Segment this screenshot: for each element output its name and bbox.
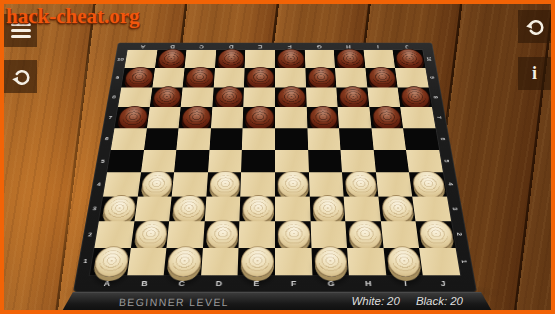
square-g6 — [307, 128, 341, 150]
square-e1[interactable] — [238, 248, 275, 276]
square-i1[interactable] — [383, 248, 423, 276]
square-a4 — [103, 173, 141, 197]
white-piece[interactable] — [209, 171, 241, 198]
square-e2 — [239, 221, 275, 247]
coordinate-label: A — [88, 279, 127, 289]
square-f8[interactable] — [275, 87, 306, 107]
black-piece[interactable] — [181, 106, 211, 129]
white-piece[interactable] — [419, 220, 455, 249]
coordinate-label: C — [163, 279, 201, 289]
black-piece[interactable] — [217, 49, 245, 69]
white-piece[interactable] — [92, 246, 129, 277]
white-piece[interactable] — [381, 195, 415, 223]
square-e4 — [241, 173, 275, 197]
square-f5 — [275, 150, 309, 173]
white-piece[interactable] — [412, 171, 446, 198]
square-h4[interactable] — [342, 173, 378, 197]
square-h3 — [344, 196, 381, 221]
square-f2[interactable] — [275, 221, 311, 247]
white-piece[interactable] — [348, 220, 382, 249]
square-d7 — [211, 107, 244, 128]
black-piece[interactable] — [400, 86, 431, 108]
square-i7[interactable] — [369, 107, 403, 128]
black-piece[interactable] — [245, 106, 274, 129]
info-icon: i — [532, 63, 537, 84]
coordinate-label: G — [312, 279, 350, 289]
square-b7 — [147, 107, 181, 128]
square-c10 — [185, 50, 216, 68]
white-piece[interactable] — [133, 220, 168, 249]
square-e8 — [244, 87, 275, 107]
square-b10[interactable] — [155, 50, 187, 68]
square-b8[interactable] — [149, 87, 182, 107]
white-piece[interactable] — [140, 171, 173, 198]
coordinate-label: B — [125, 279, 163, 289]
square-b5 — [141, 150, 177, 173]
square-h1 — [347, 248, 386, 276]
square-c9[interactable] — [183, 68, 215, 87]
square-h5 — [341, 150, 376, 173]
square-f4[interactable] — [275, 173, 309, 197]
black-piece[interactable] — [309, 106, 339, 129]
square-a7[interactable] — [115, 107, 150, 128]
square-f7 — [275, 107, 307, 128]
square-e9[interactable] — [244, 68, 275, 87]
square-j6[interactable] — [403, 128, 439, 150]
square-e5[interactable] — [241, 150, 275, 173]
square-h10[interactable] — [334, 50, 365, 68]
square-a10 — [125, 50, 158, 68]
black-piece[interactable] — [157, 49, 186, 69]
square-c8 — [181, 87, 214, 107]
square-f6[interactable] — [275, 128, 308, 150]
square-a3[interactable] — [99, 196, 138, 221]
coordinate-label: J — [424, 279, 463, 289]
square-d5 — [208, 150, 242, 173]
square-a5[interactable] — [107, 150, 144, 173]
black-piece[interactable] — [336, 49, 364, 69]
square-b1 — [127, 248, 167, 276]
square-d10[interactable] — [215, 50, 246, 68]
black-piece[interactable] — [395, 49, 425, 69]
square-c2 — [167, 221, 205, 247]
white-piece[interactable] — [312, 195, 345, 223]
square-g10 — [304, 50, 335, 68]
black-piece[interactable] — [277, 49, 304, 69]
square-e3[interactable] — [240, 196, 275, 221]
board-scene: ABCDEFGHIJ 10987654321 10987654321 ABCDE… — [73, 43, 477, 292]
coordinate-label: D — [200, 279, 238, 289]
square-a1[interactable] — [90, 248, 131, 276]
square-j1 — [419, 248, 460, 276]
white-piece[interactable] — [206, 220, 239, 249]
black-piece[interactable] — [277, 86, 305, 108]
watermark-text: hack-cheat.org — [6, 4, 140, 29]
square-d2[interactable] — [203, 221, 240, 247]
square-d4[interactable] — [206, 173, 241, 197]
file-labels-near: ABCDEFGHIJ — [88, 279, 463, 289]
square-j10[interactable] — [393, 50, 426, 68]
board-grid — [90, 50, 460, 275]
square-c1[interactable] — [164, 248, 203, 276]
square-g1[interactable] — [311, 248, 349, 276]
white-piece[interactable] — [101, 195, 136, 223]
square-b6[interactable] — [144, 128, 179, 150]
board-front-edge: BEGINNER LEVEL White:20 Black:20 — [61, 292, 493, 313]
square-i2 — [381, 221, 420, 247]
square-g2 — [310, 221, 347, 247]
white-piece[interactable] — [167, 246, 202, 277]
checkers-app-screen: ABCDEFGHIJ 10987654321 10987654321 ABCDE… — [0, 0, 555, 314]
square-a8 — [118, 87, 152, 107]
draughts-board: ABCDEFGHIJ 10987654321 10987654321 ABCDE… — [73, 43, 477, 292]
square-d8[interactable] — [212, 87, 244, 107]
white-piece[interactable] — [314, 246, 348, 277]
square-f1 — [275, 248, 312, 276]
white-piece[interactable] — [241, 246, 274, 277]
square-d6[interactable] — [209, 128, 243, 150]
square-h6[interactable] — [339, 128, 373, 150]
square-g3[interactable] — [309, 196, 345, 221]
square-c6 — [177, 128, 211, 150]
white-piece[interactable] — [172, 195, 205, 223]
square-e10 — [245, 50, 275, 68]
level-label: BEGINNER LEVEL — [119, 296, 230, 308]
white-piece[interactable] — [386, 246, 422, 277]
rotate-ccw-icon — [10, 66, 32, 88]
white-piece[interactable] — [278, 220, 310, 249]
undo-button[interactable] — [518, 10, 551, 43]
square-i9[interactable] — [365, 68, 398, 87]
square-i3[interactable] — [378, 196, 416, 221]
square-g8 — [306, 87, 338, 107]
square-b4[interactable] — [137, 173, 174, 197]
square-h2[interactable] — [345, 221, 383, 247]
square-a6 — [111, 128, 147, 150]
black-piece[interactable] — [247, 67, 274, 88]
square-j4[interactable] — [409, 173, 447, 197]
square-g7[interactable] — [306, 107, 339, 128]
black-piece[interactable] — [339, 86, 369, 108]
coordinate-label: E — [238, 279, 275, 289]
square-g4 — [309, 173, 344, 197]
square-i5[interactable] — [373, 150, 409, 173]
square-i4 — [376, 173, 413, 197]
square-c4 — [172, 173, 208, 197]
black-count-label: Black:20 — [416, 295, 463, 307]
square-g5[interactable] — [308, 150, 342, 173]
square-i6 — [371, 128, 406, 150]
square-b2[interactable] — [131, 221, 170, 247]
black-piece[interactable] — [117, 106, 149, 129]
square-f9 — [275, 68, 306, 87]
white-piece[interactable] — [278, 171, 309, 198]
square-d9 — [214, 68, 245, 87]
black-piece[interactable] — [152, 86, 182, 108]
black-piece[interactable] — [124, 67, 154, 88]
white-piece[interactable] — [345, 171, 378, 198]
piece-counts: White:20 Black:20 — [351, 295, 463, 307]
square-j8[interactable] — [398, 87, 432, 107]
square-b9 — [152, 68, 185, 87]
square-i10 — [363, 50, 395, 68]
black-piece[interactable] — [215, 86, 244, 108]
square-j2[interactable] — [416, 221, 456, 247]
white-piece[interactable] — [243, 195, 275, 223]
square-c7[interactable] — [179, 107, 213, 128]
square-h7 — [338, 107, 372, 128]
coordinate-label: F — [275, 279, 312, 289]
square-d1 — [201, 248, 239, 276]
square-e7[interactable] — [243, 107, 275, 128]
square-c5[interactable] — [174, 150, 209, 173]
square-a2 — [94, 221, 134, 247]
white-count-label: White:20 — [351, 295, 399, 307]
black-piece[interactable] — [368, 67, 398, 88]
restart-button[interactable] — [4, 60, 37, 93]
square-f3 — [275, 196, 310, 221]
coordinate-label: H — [349, 279, 387, 289]
square-f10[interactable] — [275, 50, 305, 68]
square-d3 — [205, 196, 241, 221]
black-piece[interactable] — [185, 67, 214, 88]
square-i8 — [367, 87, 400, 107]
black-piece[interactable] — [372, 106, 403, 129]
coordinate-label: I — [386, 279, 424, 289]
square-b3 — [134, 196, 172, 221]
square-j5 — [406, 150, 443, 173]
square-c3[interactable] — [169, 196, 206, 221]
black-piece[interactable] — [307, 67, 335, 88]
info-button[interactable]: i — [518, 57, 551, 90]
square-h9 — [335, 68, 367, 87]
square-j7 — [401, 107, 436, 128]
square-j3 — [413, 196, 452, 221]
square-j9 — [395, 68, 428, 87]
square-g9[interactable] — [305, 68, 336, 87]
square-h8[interactable] — [336, 87, 369, 107]
square-a9[interactable] — [121, 68, 154, 87]
undo-arrow-icon — [524, 16, 546, 38]
square-e6 — [242, 128, 275, 150]
